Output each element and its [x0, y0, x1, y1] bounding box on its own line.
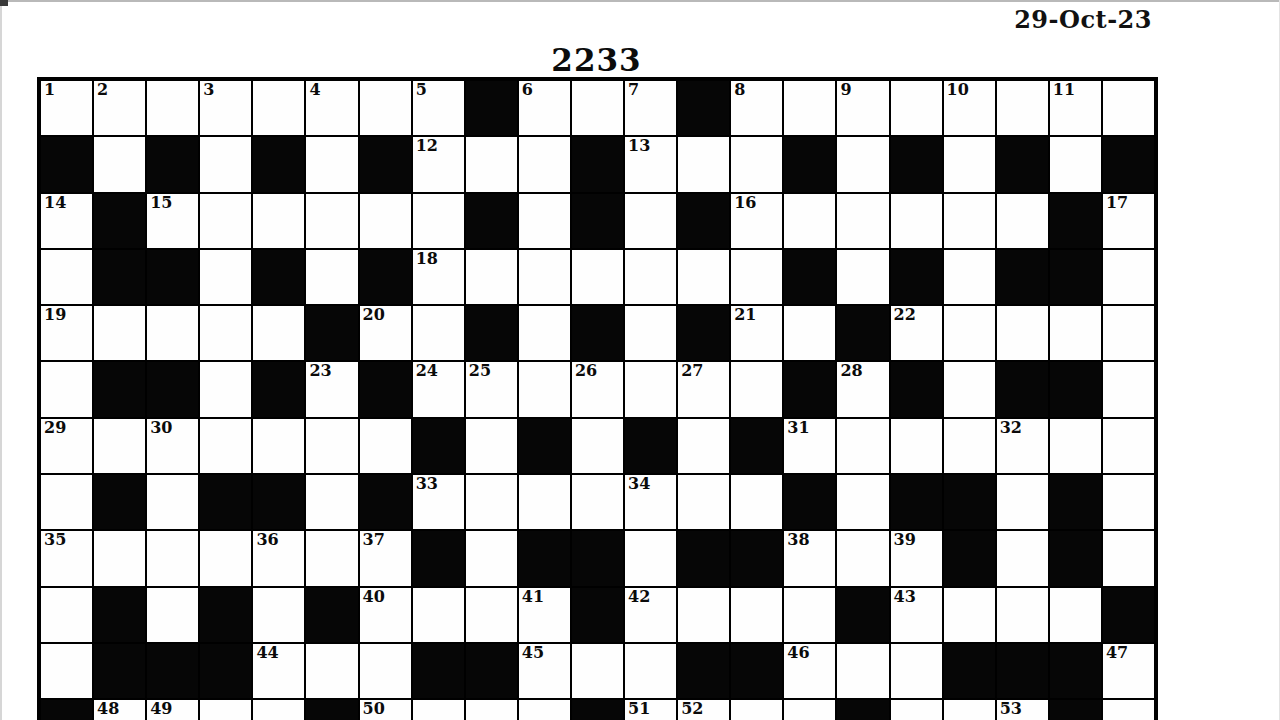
cell-r1c21[interactable] [1102, 80, 1155, 136]
cell-r4c12[interactable] [624, 249, 677, 305]
cell-r11c10[interactable]: 45 [518, 643, 571, 699]
cell-r6c2-block [93, 361, 146, 417]
screenshot-top-edge [0, 0, 1280, 2]
cell-r10c13[interactable] [677, 587, 730, 643]
cell-r6c21[interactable] [1102, 361, 1155, 417]
cell-r11c1[interactable] [40, 643, 93, 699]
cell-r7c17[interactable] [890, 418, 943, 474]
cell-r12c17[interactable] [890, 699, 943, 720]
cell-r2c5-block [252, 136, 305, 192]
cell-r3c15[interactable] [783, 193, 836, 249]
clue-number: 46 [787, 644, 809, 662]
cell-r6c15-block [783, 361, 836, 417]
cell-r5c1[interactable]: 19 [40, 305, 93, 361]
clue-number: 8 [734, 81, 745, 99]
cell-r6c14[interactable] [730, 361, 783, 417]
clue-number: 11 [1053, 81, 1075, 99]
clue-number: 18 [416, 250, 438, 268]
clue-number: 31 [787, 419, 809, 437]
cell-r11c5[interactable]: 44 [252, 643, 305, 699]
cell-r7c7[interactable] [359, 418, 412, 474]
cell-r4c18[interactable] [943, 249, 996, 305]
cell-r3c8[interactable] [412, 193, 465, 249]
cell-r9c8-block [412, 530, 465, 586]
cell-r2c11-block [571, 136, 624, 192]
cell-r11c16[interactable] [836, 643, 889, 699]
cell-r5c7[interactable]: 20 [359, 305, 412, 361]
cell-r11c18-block [943, 643, 996, 699]
cell-r3c7[interactable] [359, 193, 412, 249]
cell-r9c6[interactable] [305, 530, 358, 586]
cell-r2c2[interactable] [93, 136, 146, 192]
cell-r5c17[interactable]: 22 [890, 305, 943, 361]
cell-r1c4[interactable]: 3 [199, 80, 252, 136]
cell-r3c14[interactable]: 16 [730, 193, 783, 249]
cell-r4c19-block [996, 249, 1049, 305]
cell-r4c7-block [359, 249, 412, 305]
cell-r11c17[interactable] [890, 643, 943, 699]
clue-number: 12 [416, 137, 438, 155]
clue-number: 48 [97, 700, 119, 718]
cell-r12c13[interactable]: 52 [677, 699, 730, 720]
cell-r5c18[interactable] [943, 305, 996, 361]
clue-number: 37 [363, 531, 385, 549]
cell-r7c16[interactable] [836, 418, 889, 474]
cell-r3c2-block [93, 193, 146, 249]
cell-r5c12[interactable] [624, 305, 677, 361]
clue-number: 32 [1000, 419, 1022, 437]
clue-number: 51 [628, 700, 650, 718]
cell-r8c13[interactable] [677, 474, 730, 530]
cell-r8c20-block [1049, 474, 1102, 530]
cell-r9c7[interactable]: 37 [359, 530, 412, 586]
cell-r2c14[interactable] [730, 136, 783, 192]
cell-r8c4-block [199, 474, 252, 530]
cell-r9c4[interactable] [199, 530, 252, 586]
cell-r9c15[interactable]: 38 [783, 530, 836, 586]
cell-r3c16[interactable] [836, 193, 889, 249]
cell-r6c1[interactable] [40, 361, 93, 417]
cell-r1c17[interactable] [890, 80, 943, 136]
cell-r2c16[interactable] [836, 136, 889, 192]
cell-r7c14-block [730, 418, 783, 474]
clue-number: 52 [681, 700, 703, 718]
clue-number: 9 [840, 81, 851, 99]
puzzle-date: 29-Oct-23 [1014, 5, 1152, 34]
clue-number: 21 [734, 306, 756, 324]
cell-r6c19-block [996, 361, 1049, 417]
cell-r10c15[interactable] [783, 587, 836, 643]
cell-r4c17-block [890, 249, 943, 305]
clue-number: 13 [628, 137, 650, 155]
cell-r6c11[interactable]: 26 [571, 361, 624, 417]
cell-r10c9[interactable] [465, 587, 518, 643]
cell-r1c2[interactable]: 2 [93, 80, 146, 136]
clue-number: 43 [894, 588, 916, 606]
cell-r1c19[interactable] [996, 80, 1049, 136]
cell-r11c2-block [93, 643, 146, 699]
cell-r8c16[interactable] [836, 474, 889, 530]
clue-number: 3 [203, 81, 214, 99]
cell-r5c5[interactable] [252, 305, 305, 361]
cell-r9c20-block [1049, 530, 1102, 586]
cell-r1c9-block [465, 80, 518, 136]
clue-number: 17 [1106, 194, 1128, 212]
cell-r4c13[interactable] [677, 249, 730, 305]
cell-r1c11[interactable] [571, 80, 624, 136]
cell-r3c13-block [677, 193, 730, 249]
clue-number: 30 [150, 419, 172, 437]
cell-r4c15-block [783, 249, 836, 305]
cell-r7c18[interactable] [943, 418, 996, 474]
cell-r6c16[interactable]: 28 [836, 361, 889, 417]
cell-r10c1[interactable] [40, 587, 93, 643]
cell-r9c3[interactable] [146, 530, 199, 586]
clue-number: 15 [150, 194, 172, 212]
cell-r1c1[interactable]: 1 [40, 80, 93, 136]
cell-r5c11-block [571, 305, 624, 361]
clue-number: 20 [363, 306, 385, 324]
cell-r3c6[interactable] [305, 193, 358, 249]
cell-r2c21-block [1102, 136, 1155, 192]
cell-r12c4[interactable] [199, 699, 252, 720]
clue-number: 6 [522, 81, 533, 99]
cell-r7c11[interactable] [571, 418, 624, 474]
cell-r6c10[interactable] [518, 361, 571, 417]
cell-r3c11-block [571, 193, 624, 249]
clue-number: 22 [894, 306, 916, 324]
cell-r3c19[interactable] [996, 193, 1049, 249]
cell-r11c11[interactable] [571, 643, 624, 699]
cell-r12c8[interactable] [412, 699, 465, 720]
cell-r7c19[interactable]: 32 [996, 418, 1049, 474]
clue-number: 40 [363, 588, 385, 606]
cell-r2c10[interactable] [518, 136, 571, 192]
cell-r5c13-block [677, 305, 730, 361]
screenshot-left-edge [0, 0, 2, 720]
clue-number: 50 [363, 700, 385, 718]
cell-r10c20[interactable] [1049, 587, 1102, 643]
clue-number: 36 [256, 531, 278, 549]
cell-r12c16-block [836, 699, 889, 720]
cell-r10c3[interactable] [146, 587, 199, 643]
cell-r4c21[interactable] [1102, 249, 1155, 305]
cell-r1c7[interactable] [359, 80, 412, 136]
cell-r1c18[interactable]: 10 [943, 80, 996, 136]
cell-r7c10-block [518, 418, 571, 474]
cell-r8c15-block [783, 474, 836, 530]
cell-r7c2[interactable] [93, 418, 146, 474]
cell-r4c2-block [93, 249, 146, 305]
cell-r3c20-block [1049, 193, 1102, 249]
cell-r1c13-block [677, 80, 730, 136]
cell-r10c11-block [571, 587, 624, 643]
cell-r8c14[interactable] [730, 474, 783, 530]
cell-r8c5-block [252, 474, 305, 530]
cell-r1c8[interactable]: 5 [412, 80, 465, 136]
cell-r6c4[interactable] [199, 361, 252, 417]
cell-r8c11[interactable] [571, 474, 624, 530]
cell-r11c6[interactable] [305, 643, 358, 699]
cell-r10c7[interactable]: 40 [359, 587, 412, 643]
cell-r8c17-block [890, 474, 943, 530]
clue-number: 33 [416, 475, 438, 493]
cell-r7c13[interactable] [677, 418, 730, 474]
cell-r8c7-block [359, 474, 412, 530]
cell-r3c17[interactable] [890, 193, 943, 249]
cell-r10c17[interactable]: 43 [890, 587, 943, 643]
cell-r12c2[interactable]: 48 [93, 699, 146, 720]
cell-r3c1[interactable]: 14 [40, 193, 93, 249]
cell-r11c15[interactable]: 46 [783, 643, 836, 699]
cell-r3c10[interactable] [518, 193, 571, 249]
cell-r6c9[interactable]: 25 [465, 361, 518, 417]
clue-number: 47 [1106, 644, 1128, 662]
cell-r10c21-block [1102, 587, 1155, 643]
cell-r4c20-block [1049, 249, 1102, 305]
cell-r12c20-block [1049, 699, 1102, 720]
cell-r8c12[interactable]: 34 [624, 474, 677, 530]
cell-r6c8[interactable]: 24 [412, 361, 465, 417]
cell-r4c8[interactable]: 18 [412, 249, 465, 305]
clue-number: 26 [575, 362, 597, 380]
cell-r7c12-block [624, 418, 677, 474]
cell-r7c3[interactable]: 30 [146, 418, 199, 474]
cell-r5c6-block [305, 305, 358, 361]
cell-r10c19[interactable] [996, 587, 1049, 643]
clue-number: 34 [628, 475, 650, 493]
cell-r8c19[interactable] [996, 474, 1049, 530]
cell-r4c10[interactable] [518, 249, 571, 305]
cell-r6c20-block [1049, 361, 1102, 417]
clue-number: 42 [628, 588, 650, 606]
cell-r3c9-block [465, 193, 518, 249]
cell-r12c18[interactable] [943, 699, 996, 720]
cell-r6c6[interactable]: 23 [305, 361, 358, 417]
cell-r7c8-block [412, 418, 465, 474]
clue-number: 49 [150, 700, 172, 718]
cell-r8c21[interactable] [1102, 474, 1155, 530]
cell-r2c13[interactable] [677, 136, 730, 192]
cell-r2c4[interactable] [199, 136, 252, 192]
cell-r5c9-block [465, 305, 518, 361]
cell-r9c10-block [518, 530, 571, 586]
cell-r3c18[interactable] [943, 193, 996, 249]
cell-r1c10[interactable]: 6 [518, 80, 571, 136]
clue-number: 45 [522, 644, 544, 662]
cell-r11c12[interactable] [624, 643, 677, 699]
cell-r1c15[interactable] [783, 80, 836, 136]
clue-number: 39 [894, 531, 916, 549]
clue-number: 1 [44, 81, 55, 99]
cell-r3c21[interactable]: 17 [1102, 193, 1155, 249]
clue-number: 16 [734, 194, 756, 212]
cell-r7c6[interactable] [305, 418, 358, 474]
cell-r12c21[interactable] [1102, 699, 1155, 720]
cell-r2c8[interactable]: 12 [412, 136, 465, 192]
cell-r7c21[interactable] [1102, 418, 1155, 474]
cell-r5c15[interactable] [783, 305, 836, 361]
cell-r2c6[interactable] [305, 136, 358, 192]
cell-r9c11-block [571, 530, 624, 586]
cell-r12c7[interactable]: 50 [359, 699, 412, 720]
cell-r1c5[interactable] [252, 80, 305, 136]
cell-r8c1[interactable] [40, 474, 93, 530]
cell-r1c3[interactable] [146, 80, 199, 136]
cell-r1c16[interactable]: 9 [836, 80, 889, 136]
cell-r7c20[interactable] [1049, 418, 1102, 474]
clue-number: 29 [44, 419, 66, 437]
cell-r6c18[interactable] [943, 361, 996, 417]
cell-r3c3[interactable]: 15 [146, 193, 199, 249]
clue-number: 35 [44, 531, 66, 549]
cell-r5c3[interactable] [146, 305, 199, 361]
cell-r4c16[interactable] [836, 249, 889, 305]
cell-r8c8[interactable]: 33 [412, 474, 465, 530]
cell-r1c20[interactable]: 11 [1049, 80, 1102, 136]
cell-r2c9[interactable] [465, 136, 518, 192]
cell-r5c20[interactable] [1049, 305, 1102, 361]
cell-r9c13-block [677, 530, 730, 586]
cell-r10c6-block [305, 587, 358, 643]
cell-r9c14-block [730, 530, 783, 586]
cell-r11c13-block [677, 643, 730, 699]
cell-r8c3[interactable] [146, 474, 199, 530]
cell-r8c6[interactable] [305, 474, 358, 530]
cell-r9c16[interactable] [836, 530, 889, 586]
clue-number: 5 [416, 81, 427, 99]
cell-r9c1[interactable]: 35 [40, 530, 93, 586]
cell-r2c19-block [996, 136, 1049, 192]
clue-number: 10 [947, 81, 969, 99]
clue-number: 2 [97, 81, 108, 99]
cell-r5c14[interactable]: 21 [730, 305, 783, 361]
cell-r2c15-block [783, 136, 836, 192]
clue-number: 27 [681, 362, 703, 380]
screen-corner-artifact [0, 0, 8, 6]
cell-r9c17[interactable]: 39 [890, 530, 943, 586]
cell-r9c19[interactable] [996, 530, 1049, 586]
cell-r4c11[interactable] [571, 249, 624, 305]
cell-r12c11-block [571, 699, 624, 720]
cell-r5c4[interactable] [199, 305, 252, 361]
cell-r10c16-block [836, 587, 889, 643]
cell-r10c4-block [199, 587, 252, 643]
cell-r5c8[interactable] [412, 305, 465, 361]
cell-r8c9[interactable] [465, 474, 518, 530]
cell-r10c5[interactable] [252, 587, 305, 643]
cell-r12c12[interactable]: 51 [624, 699, 677, 720]
cell-r11c20-block [1049, 643, 1102, 699]
cell-r4c1[interactable] [40, 249, 93, 305]
cell-r11c14-block [730, 643, 783, 699]
cell-r2c20[interactable] [1049, 136, 1102, 192]
clue-number: 14 [44, 194, 66, 212]
cell-r8c18-block [943, 474, 996, 530]
cell-r3c12[interactable] [624, 193, 677, 249]
cell-r6c17-block [890, 361, 943, 417]
cell-r11c9-block [465, 643, 518, 699]
cell-r7c15[interactable]: 31 [783, 418, 836, 474]
cell-r2c1-block [40, 136, 93, 192]
cell-r11c21[interactable]: 47 [1102, 643, 1155, 699]
cell-r11c7[interactable] [359, 643, 412, 699]
cell-r6c13[interactable]: 27 [677, 361, 730, 417]
clue-number: 28 [840, 362, 862, 380]
cell-r1c6[interactable]: 4 [305, 80, 358, 136]
cell-r11c3-block [146, 643, 199, 699]
cell-r12c5[interactable] [252, 699, 305, 720]
cell-r12c15[interactable] [783, 699, 836, 720]
clue-number: 41 [522, 588, 544, 606]
cell-r11c19-block [996, 643, 1049, 699]
clue-number: 53 [1000, 700, 1022, 718]
cell-r5c2[interactable] [93, 305, 146, 361]
cell-r10c14[interactable] [730, 587, 783, 643]
cell-r9c5[interactable]: 36 [252, 530, 305, 586]
cell-r6c12[interactable] [624, 361, 677, 417]
cell-r7c9[interactable] [465, 418, 518, 474]
cell-r11c8-block [412, 643, 465, 699]
cell-r4c3-block [146, 249, 199, 305]
cell-r4c14[interactable] [730, 249, 783, 305]
cell-r12c3[interactable]: 49 [146, 699, 199, 720]
cell-r9c9[interactable] [465, 530, 518, 586]
cell-r4c9[interactable] [465, 249, 518, 305]
cell-r1c12[interactable]: 7 [624, 80, 677, 136]
cell-r10c8[interactable] [412, 587, 465, 643]
cell-r9c2[interactable] [93, 530, 146, 586]
cell-r10c10[interactable]: 41 [518, 587, 571, 643]
cell-r12c14[interactable] [730, 699, 783, 720]
cell-r2c12[interactable]: 13 [624, 136, 677, 192]
cell-r9c12[interactable] [624, 530, 677, 586]
cell-r5c21[interactable] [1102, 305, 1155, 361]
cell-r2c17-block [890, 136, 943, 192]
clue-number: 19 [44, 306, 66, 324]
cell-r9c18-block [943, 530, 996, 586]
cell-r7c5[interactable] [252, 418, 305, 474]
cell-r5c19[interactable] [996, 305, 1049, 361]
cell-r10c18[interactable] [943, 587, 996, 643]
cell-r7c4[interactable] [199, 418, 252, 474]
clue-number: 23 [309, 362, 331, 380]
cell-r4c6[interactable] [305, 249, 358, 305]
cell-r10c2-block [93, 587, 146, 643]
clue-number: 7 [628, 81, 639, 99]
cell-r12c10[interactable] [518, 699, 571, 720]
cell-r9c21[interactable] [1102, 530, 1155, 586]
cell-r1c14[interactable]: 8 [730, 80, 783, 136]
cell-r6c3-block [146, 361, 199, 417]
cell-r10c12[interactable]: 42 [624, 587, 677, 643]
cell-r12c6-block [305, 699, 358, 720]
cell-r3c5[interactable] [252, 193, 305, 249]
cell-r4c5-block [252, 249, 305, 305]
cell-r3c4[interactable] [199, 193, 252, 249]
cell-r12c19[interactable]: 53 [996, 699, 1049, 720]
cell-r4c4[interactable] [199, 249, 252, 305]
cell-r2c7-block [359, 136, 412, 192]
cell-r5c10[interactable] [518, 305, 571, 361]
cell-r8c10[interactable] [518, 474, 571, 530]
clue-number: 44 [256, 644, 278, 662]
cell-r8c2-block [93, 474, 146, 530]
clue-number: 25 [469, 362, 491, 380]
cell-r2c18[interactable] [943, 136, 996, 192]
cell-r7c1[interactable]: 29 [40, 418, 93, 474]
cell-r12c9[interactable] [465, 699, 518, 720]
